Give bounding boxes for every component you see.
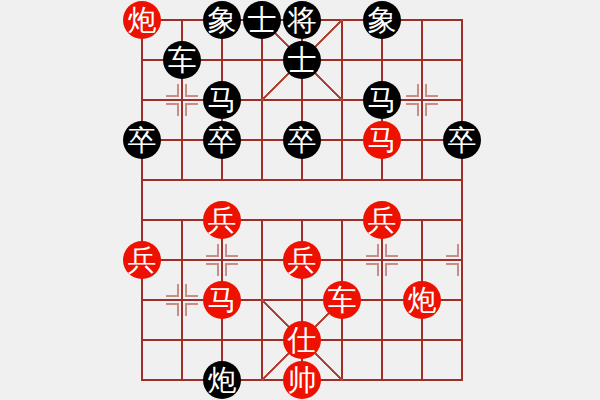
piece-black-advisor[interactable]: 士 bbox=[283, 41, 321, 79]
piece-red-horse[interactable]: 马 bbox=[363, 121, 401, 159]
piece-black-soldier[interactable]: 卒 bbox=[283, 121, 321, 159]
piece-red-cannon[interactable]: 炮 bbox=[403, 281, 441, 319]
piece-red-general[interactable]: 帅 bbox=[283, 361, 321, 399]
piece-black-chariot[interactable]: 车 bbox=[163, 41, 201, 79]
piece-red-soldier[interactable]: 兵 bbox=[123, 241, 161, 279]
piece-black-cannon[interactable]: 炮 bbox=[203, 361, 241, 399]
piece-black-advisor[interactable]: 士 bbox=[243, 1, 281, 39]
piece-red-soldier[interactable]: 兵 bbox=[203, 201, 241, 239]
piece-black-elephant[interactable]: 象 bbox=[363, 1, 401, 39]
piece-black-horse[interactable]: 马 bbox=[363, 81, 401, 119]
piece-black-general[interactable]: 将 bbox=[283, 1, 321, 39]
piece-red-chariot[interactable]: 车 bbox=[323, 281, 361, 319]
piece-black-soldier[interactable]: 卒 bbox=[443, 121, 481, 159]
piece-red-soldier[interactable]: 兵 bbox=[363, 201, 401, 239]
piece-black-soldier[interactable]: 卒 bbox=[203, 121, 241, 159]
piece-red-soldier[interactable]: 兵 bbox=[283, 241, 321, 279]
piece-black-horse[interactable]: 马 bbox=[203, 81, 241, 119]
piece-black-elephant[interactable]: 象 bbox=[203, 1, 241, 39]
piece-red-horse[interactable]: 马 bbox=[203, 281, 241, 319]
piece-black-soldier[interactable]: 卒 bbox=[123, 121, 161, 159]
screen: 炮象士将象车士马马卒卒卒马卒兵兵兵兵马车炮仕炮帅 bbox=[0, 0, 600, 400]
piece-red-advisor[interactable]: 仕 bbox=[283, 321, 321, 359]
piece-red-cannon[interactable]: 炮 bbox=[123, 1, 161, 39]
xiangqi-board: 炮象士将象车士马马卒卒卒马卒兵兵兵兵马车炮仕炮帅 bbox=[0, 0, 600, 400]
pieces-layer: 炮象士将象车士马马卒卒卒马卒兵兵兵兵马车炮仕炮帅 bbox=[0, 0, 600, 400]
